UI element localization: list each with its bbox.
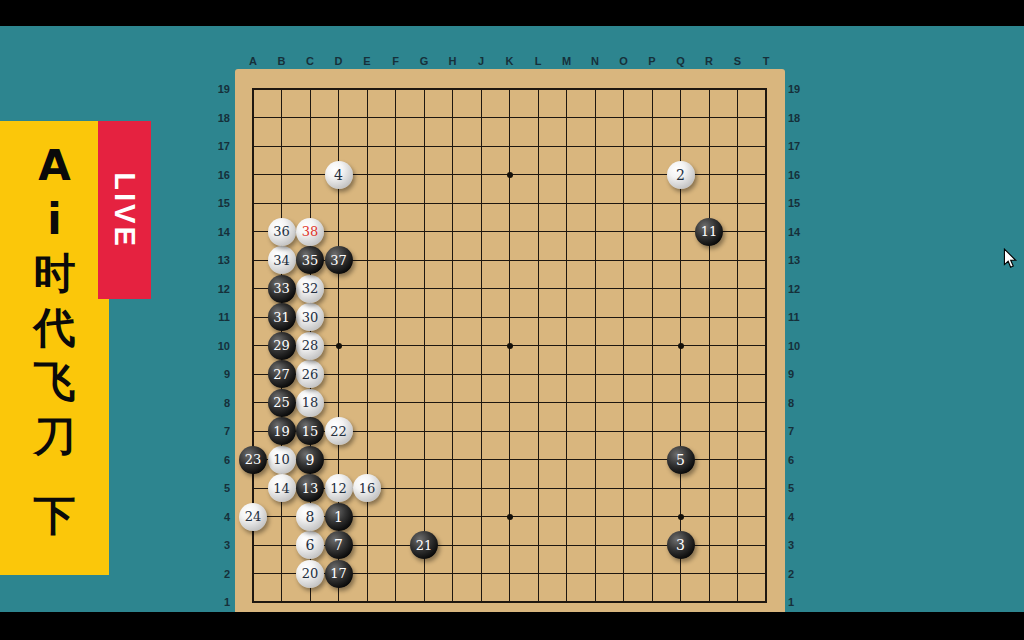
stone-14: 14	[268, 474, 296, 502]
banner-character: 下	[34, 489, 76, 543]
coord-label-right: 18	[788, 112, 814, 124]
video-frame: { "game": "go", "board_size": 19, "posit…	[0, 0, 1024, 640]
stone-number: 17	[330, 567, 347, 580]
stone-23: 23	[239, 446, 267, 474]
stone-number: 30	[302, 311, 319, 324]
coord-label-left: 8	[204, 397, 230, 409]
coord-label-left: 3	[204, 539, 230, 551]
stone-number: 7	[334, 538, 343, 552]
stone-number: 11	[701, 225, 718, 238]
coord-label-top: A	[243, 55, 263, 67]
coord-label-top: C	[300, 55, 320, 67]
coord-label-right: 3	[788, 539, 814, 551]
coord-label-left: 2	[204, 568, 230, 580]
coord-label-right: 6	[788, 454, 814, 466]
stone-24: 24	[239, 503, 267, 531]
coord-label-top: N	[585, 55, 605, 67]
stone-26: 26	[296, 360, 324, 388]
grid-line-vertical	[765, 88, 767, 603]
stone-number: 34	[273, 254, 290, 267]
stone-33: 33	[268, 275, 296, 303]
stone-number: 9	[306, 453, 315, 467]
coord-label-top: P	[642, 55, 662, 67]
grid-line-horizontal	[252, 601, 767, 603]
stone-number: 18	[302, 396, 319, 409]
stone-number: 26	[302, 368, 319, 381]
grid-line-vertical	[566, 88, 567, 603]
coord-label-right: 10	[788, 340, 814, 352]
coord-label-right: 5	[788, 482, 814, 494]
coord-label-top: T	[756, 55, 776, 67]
coord-label-right: 13	[788, 254, 814, 266]
stone-18: 18	[296, 389, 324, 417]
stone-number: 16	[359, 482, 376, 495]
stone-number: 4	[334, 168, 343, 182]
stone-6: 6	[296, 531, 324, 559]
stone-number: 6	[306, 538, 315, 552]
stone-number: 37	[330, 254, 347, 267]
grid-line-vertical	[538, 88, 539, 603]
stone-8: 8	[296, 503, 324, 531]
coord-label-top: B	[272, 55, 292, 67]
stone-27: 27	[268, 360, 296, 388]
coord-label-left: 4	[204, 511, 230, 523]
stone-number: 5	[676, 453, 685, 467]
stone-number: 1	[334, 510, 343, 524]
star-point	[507, 343, 513, 349]
stone-20: 20	[296, 560, 324, 588]
star-point	[678, 514, 684, 520]
stone-16: 16	[353, 474, 381, 502]
coord-label-top: K	[500, 55, 520, 67]
stone-number: 38	[302, 225, 319, 238]
coord-label-right: 17	[788, 140, 814, 152]
stone-25: 25	[268, 389, 296, 417]
coord-label-left: 9	[204, 368, 230, 380]
coord-label-top: Q	[671, 55, 691, 67]
stone-number: 10	[273, 453, 290, 466]
stone-17: 17	[325, 560, 353, 588]
coord-label-left: 16	[204, 169, 230, 181]
letterbox-bar-bottom	[0, 612, 1024, 640]
star-point	[507, 514, 513, 520]
coord-label-left: 17	[204, 140, 230, 152]
stone-number: 14	[273, 482, 290, 495]
stream-title-banner: Ai时代飞刀下	[0, 121, 109, 575]
coord-label-right: 7	[788, 425, 814, 437]
coord-label-right: 19	[788, 83, 814, 95]
grid-line-vertical	[737, 88, 738, 603]
stone-34: 34	[268, 246, 296, 274]
star-point	[336, 343, 342, 349]
coord-label-top: D	[329, 55, 349, 67]
stone-number: 29	[273, 339, 290, 352]
stone-number: 22	[330, 425, 347, 438]
coord-label-top: R	[699, 55, 719, 67]
stone-31: 31	[268, 303, 296, 331]
stone-number: 20	[302, 567, 319, 580]
letterbox-bar-top	[0, 0, 1024, 26]
stone-35: 35	[296, 246, 324, 274]
coord-label-left: 19	[204, 83, 230, 95]
coord-label-top: H	[443, 55, 463, 67]
coord-label-left: 14	[204, 226, 230, 238]
banner-character: A	[38, 139, 71, 193]
coord-label-left: 15	[204, 197, 230, 209]
stone-28: 28	[296, 332, 324, 360]
stone-number: 8	[306, 510, 315, 524]
coord-label-right: 14	[788, 226, 814, 238]
coord-label-top: M	[557, 55, 577, 67]
stone-number: 24	[245, 510, 262, 523]
stone-number: 21	[416, 539, 433, 552]
coord-label-right: 11	[788, 311, 814, 323]
banner-character: 刀	[34, 409, 76, 463]
banner-character: i	[47, 193, 61, 247]
stone-number: 32	[302, 282, 319, 295]
coord-label-top: L	[528, 55, 548, 67]
stone-36: 36	[268, 218, 296, 246]
coord-label-left: 6	[204, 454, 230, 466]
coord-label-left: 13	[204, 254, 230, 266]
stone-10: 10	[268, 446, 296, 474]
coord-label-right: 1	[788, 596, 814, 608]
coord-label-left: 12	[204, 283, 230, 295]
coord-label-top: J	[471, 55, 491, 67]
coord-label-left: 7	[204, 425, 230, 437]
grid-line-horizontal	[252, 402, 767, 403]
stone-number: 25	[273, 396, 290, 409]
coord-label-right: 12	[788, 283, 814, 295]
live-badge-label: LIVE	[108, 172, 141, 248]
coord-label-top: G	[414, 55, 434, 67]
coord-label-top: O	[614, 55, 634, 67]
stone-number: 2	[676, 168, 685, 182]
stone-29: 29	[268, 332, 296, 360]
grid-line-vertical	[623, 88, 624, 603]
stone-21: 21	[410, 531, 438, 559]
stone-number: 12	[330, 482, 347, 495]
coord-label-left: 18	[204, 112, 230, 124]
stone-number: 13	[302, 482, 319, 495]
banner-character: 飞	[34, 355, 76, 409]
stone-number: 31	[273, 311, 290, 324]
coord-label-top: E	[357, 55, 377, 67]
stone-7: 7	[325, 531, 353, 559]
banner-character: 代	[34, 301, 76, 355]
coord-label-right: 9	[788, 368, 814, 380]
mouse-cursor-icon	[1003, 248, 1018, 269]
coord-label-left: 1	[204, 596, 230, 608]
stone-number: 27	[273, 368, 290, 381]
star-point	[507, 172, 513, 178]
banner-character: 时	[34, 247, 76, 301]
grid-line-vertical	[709, 88, 710, 603]
grid-line-vertical	[652, 88, 653, 603]
stone-32: 32	[296, 275, 324, 303]
live-badge: LIVE	[98, 121, 151, 299]
stone-number: 3	[676, 538, 685, 552]
stone-number: 23	[245, 453, 262, 466]
coord-label-right: 16	[788, 169, 814, 181]
stone-3: 3	[667, 531, 695, 559]
stone-number: 19	[273, 425, 290, 438]
stone-number: 28	[302, 339, 319, 352]
stone-number: 35	[302, 254, 319, 267]
stone-number: 36	[273, 225, 290, 238]
stone-22: 22	[325, 417, 353, 445]
coord-label-right: 15	[788, 197, 814, 209]
stone-13: 13	[296, 474, 324, 502]
stone-9: 9	[296, 446, 324, 474]
stone-11: 11	[695, 218, 723, 246]
coord-label-top: S	[728, 55, 748, 67]
coord-label-right: 8	[788, 397, 814, 409]
coord-label-left: 10	[204, 340, 230, 352]
stone-4: 4	[325, 161, 353, 189]
coord-label-left: 5	[204, 482, 230, 494]
coord-label-left: 11	[204, 311, 230, 323]
stone-number: 15	[302, 425, 319, 438]
star-point	[678, 343, 684, 349]
stone-15: 15	[296, 417, 324, 445]
stone-37: 37	[325, 246, 353, 274]
stone-number: 33	[273, 282, 290, 295]
stone-30: 30	[296, 303, 324, 331]
grid-line-vertical	[595, 88, 596, 603]
grid-line-horizontal	[252, 374, 767, 375]
stone-5: 5	[667, 446, 695, 474]
stone-12: 12	[325, 474, 353, 502]
stone-38: 38	[296, 218, 324, 246]
video-stage[interactable]: AABBCCDDEEFFGGHHJJKKLLMMNNOOPPQQRRSSTT19…	[0, 26, 1024, 612]
stone-2: 2	[667, 161, 695, 189]
stone-19: 19	[268, 417, 296, 445]
coord-label-right: 4	[788, 511, 814, 523]
coord-label-right: 2	[788, 568, 814, 580]
stone-1: 1	[325, 503, 353, 531]
coord-label-top: F	[386, 55, 406, 67]
